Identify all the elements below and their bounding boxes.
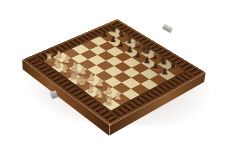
chess-set-photo: ♜♞♝♛♚♝♞♜♟♟♟♟♟♟♟♟♟♟♟♟♟♟♟♟♜♞♝♛♚♝♞♜ (0, 0, 240, 150)
hinge-icon (162, 24, 172, 33)
